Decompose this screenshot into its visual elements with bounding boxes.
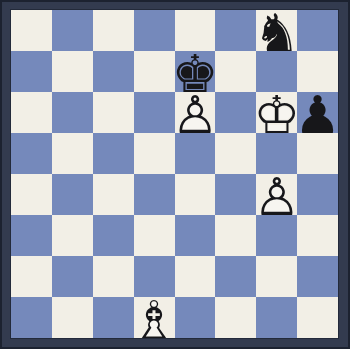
square-c1[interactable]	[93, 297, 134, 338]
square-a5[interactable]	[11, 133, 52, 174]
square-g4[interactable]: ♟♙	[256, 174, 297, 215]
square-e5[interactable]	[175, 133, 216, 174]
square-a2[interactable]	[11, 256, 52, 297]
white-king-glyph: ♔	[256, 94, 297, 135]
square-b8[interactable]	[52, 10, 93, 51]
square-d7[interactable]	[134, 51, 175, 92]
white-bishop-glyph: ♗	[134, 299, 175, 340]
white-bishop-glyph-fill: ♝	[134, 299, 175, 340]
square-d4[interactable]	[134, 174, 175, 215]
square-c2[interactable]	[93, 256, 134, 297]
square-b3[interactable]	[52, 215, 93, 256]
white-pawn-glyph-fill: ♟	[256, 176, 297, 217]
square-d1[interactable]: ♝♗	[134, 297, 175, 338]
square-b5[interactable]	[52, 133, 93, 174]
square-h2[interactable]	[297, 256, 338, 297]
square-g8[interactable]: ♞	[256, 10, 297, 51]
square-d6[interactable]	[134, 92, 175, 133]
black-king-e7: ♚	[175, 51, 216, 92]
square-e2[interactable]	[175, 256, 216, 297]
square-e4[interactable]	[175, 174, 216, 215]
white-pawn-glyph-fill: ♟	[175, 94, 216, 135]
square-h5[interactable]	[297, 133, 338, 174]
square-e6[interactable]: ♟♙	[175, 92, 216, 133]
square-c4[interactable]	[93, 174, 134, 215]
square-f3[interactable]	[215, 215, 256, 256]
white-pawn-g4: ♟♙	[256, 174, 297, 215]
chessboard-frame: ♞♚♟♙♚♔♟♟♙♝♗	[0, 0, 350, 349]
square-a1[interactable]	[11, 297, 52, 338]
square-c8[interactable]	[93, 10, 134, 51]
black-knight-glyph: ♞	[256, 12, 297, 53]
square-c7[interactable]	[93, 51, 134, 92]
square-c6[interactable]	[93, 92, 134, 133]
square-f6[interactable]	[215, 92, 256, 133]
square-a6[interactable]	[11, 92, 52, 133]
square-h6[interactable]: ♟	[297, 92, 338, 133]
square-a4[interactable]	[11, 174, 52, 215]
black-pawn-glyph: ♟	[297, 94, 338, 135]
square-g6[interactable]: ♚♔	[256, 92, 297, 133]
square-f2[interactable]	[215, 256, 256, 297]
square-d8[interactable]	[134, 10, 175, 51]
square-g3[interactable]	[256, 215, 297, 256]
square-h7[interactable]	[297, 51, 338, 92]
square-b7[interactable]	[52, 51, 93, 92]
chess-board: ♞♚♟♙♚♔♟♟♙♝♗	[10, 9, 339, 339]
square-b1[interactable]	[52, 297, 93, 338]
square-b4[interactable]	[52, 174, 93, 215]
white-king-g6: ♚♔	[256, 92, 297, 133]
square-d3[interactable]	[134, 215, 175, 256]
square-a3[interactable]	[11, 215, 52, 256]
square-f7[interactable]	[215, 51, 256, 92]
square-d5[interactable]	[134, 133, 175, 174]
square-e1[interactable]	[175, 297, 216, 338]
white-pawn-e6: ♟♙	[175, 92, 216, 133]
square-f5[interactable]	[215, 133, 256, 174]
white-pawn-glyph: ♙	[256, 176, 297, 217]
square-a8[interactable]	[11, 10, 52, 51]
square-h1[interactable]	[297, 297, 338, 338]
square-g1[interactable]	[256, 297, 297, 338]
square-f4[interactable]	[215, 174, 256, 215]
white-king-glyph-fill: ♚	[256, 94, 297, 135]
black-knight-g8: ♞	[256, 10, 297, 51]
square-a7[interactable]	[11, 51, 52, 92]
black-pawn-h6: ♟	[297, 92, 338, 133]
square-e8[interactable]	[175, 10, 216, 51]
square-g2[interactable]	[256, 256, 297, 297]
square-e7[interactable]: ♚	[175, 51, 216, 92]
white-pawn-glyph: ♙	[175, 94, 216, 135]
square-f1[interactable]	[215, 297, 256, 338]
square-b2[interactable]	[52, 256, 93, 297]
square-c3[interactable]	[93, 215, 134, 256]
square-g7[interactable]	[256, 51, 297, 92]
square-e3[interactable]	[175, 215, 216, 256]
square-h4[interactable]	[297, 174, 338, 215]
white-bishop-d1: ♝♗	[134, 297, 175, 338]
black-king-glyph: ♚	[175, 53, 216, 94]
square-c5[interactable]	[93, 133, 134, 174]
square-g5[interactable]	[256, 133, 297, 174]
square-d2[interactable]	[134, 256, 175, 297]
square-h3[interactable]	[297, 215, 338, 256]
square-h8[interactable]	[297, 10, 338, 51]
square-f8[interactable]	[215, 10, 256, 51]
square-b6[interactable]	[52, 92, 93, 133]
